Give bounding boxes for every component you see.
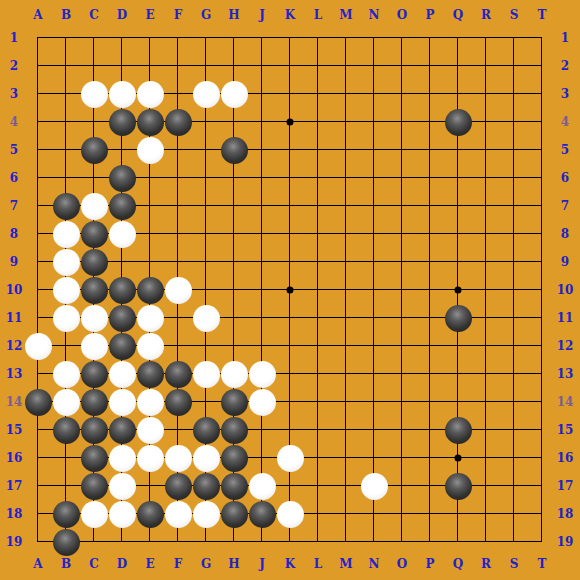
intersection-E11[interactable]: ○ <box>136 304 164 332</box>
intersection-F13[interactable]: ● <box>164 360 192 388</box>
intersection-L5[interactable] <box>304 136 332 164</box>
intersection-E12[interactable]: ○ <box>136 332 164 360</box>
intersection-D6[interactable]: ● <box>108 164 136 192</box>
intersection-H6[interactable] <box>220 164 248 192</box>
intersection-K16[interactable]: ○ <box>276 444 304 472</box>
intersection-E5[interactable]: ○ <box>136 136 164 164</box>
intersection-E1[interactable] <box>136 24 164 52</box>
intersection-J10[interactable] <box>248 276 276 304</box>
intersection-J13[interactable]: ○ <box>248 360 276 388</box>
intersection-Q2[interactable] <box>444 52 472 80</box>
intersection-R10[interactable] <box>472 276 500 304</box>
intersection-K6[interactable] <box>276 164 304 192</box>
intersection-K13[interactable] <box>276 360 304 388</box>
intersection-A3[interactable] <box>24 80 52 108</box>
intersection-S1[interactable] <box>500 24 528 52</box>
intersection-R9[interactable] <box>472 248 500 276</box>
intersection-H7[interactable] <box>220 192 248 220</box>
intersection-M14[interactable] <box>332 388 360 416</box>
intersection-D1[interactable] <box>108 24 136 52</box>
intersection-B6[interactable] <box>52 164 80 192</box>
intersection-N5[interactable] <box>360 136 388 164</box>
intersection-L2[interactable] <box>304 52 332 80</box>
intersection-J17[interactable]: ○ <box>248 472 276 500</box>
intersection-D7[interactable]: ● <box>108 192 136 220</box>
intersection-N11[interactable] <box>360 304 388 332</box>
intersection-C18[interactable]: ○ <box>80 500 108 528</box>
intersection-P15[interactable] <box>416 416 444 444</box>
intersection-O1[interactable] <box>388 24 416 52</box>
intersection-R15[interactable] <box>472 416 500 444</box>
intersection-H9[interactable] <box>220 248 248 276</box>
intersection-H19[interactable] <box>220 528 248 556</box>
intersection-E2[interactable] <box>136 52 164 80</box>
intersection-G14[interactable] <box>192 388 220 416</box>
intersection-A5[interactable] <box>24 136 52 164</box>
intersection-F18[interactable]: ○ <box>164 500 192 528</box>
intersection-P5[interactable] <box>416 136 444 164</box>
intersection-R17[interactable] <box>472 472 500 500</box>
intersection-Q12[interactable] <box>444 332 472 360</box>
intersection-Q3[interactable] <box>444 80 472 108</box>
intersection-A14[interactable]: ● <box>24 388 52 416</box>
intersection-B18[interactable]: ● <box>52 500 80 528</box>
intersection-F14[interactable]: ● <box>164 388 192 416</box>
intersection-J2[interactable] <box>248 52 276 80</box>
intersection-J1[interactable] <box>248 24 276 52</box>
intersection-F15[interactable] <box>164 416 192 444</box>
intersection-K5[interactable] <box>276 136 304 164</box>
intersection-R6[interactable] <box>472 164 500 192</box>
intersection-E4[interactable]: ● <box>136 108 164 136</box>
intersection-E14[interactable]: ○ <box>136 388 164 416</box>
intersection-J4[interactable] <box>248 108 276 136</box>
intersection-O17[interactable] <box>388 472 416 500</box>
intersection-S3[interactable] <box>500 80 528 108</box>
intersection-P4[interactable] <box>416 108 444 136</box>
intersection-T3[interactable] <box>528 80 556 108</box>
intersection-O18[interactable] <box>388 500 416 528</box>
intersection-B2[interactable] <box>52 52 80 80</box>
intersection-D16[interactable]: ○ <box>108 444 136 472</box>
intersection-G7[interactable] <box>192 192 220 220</box>
intersection-E10[interactable]: ● <box>136 276 164 304</box>
intersection-P3[interactable] <box>416 80 444 108</box>
intersection-G13[interactable]: ○ <box>192 360 220 388</box>
intersection-H12[interactable] <box>220 332 248 360</box>
intersection-A10[interactable] <box>24 276 52 304</box>
intersection-R3[interactable] <box>472 80 500 108</box>
intersection-A1[interactable] <box>24 24 52 52</box>
intersection-P13[interactable] <box>416 360 444 388</box>
intersection-K18[interactable]: ○ <box>276 500 304 528</box>
intersection-N6[interactable] <box>360 164 388 192</box>
intersection-T6[interactable] <box>528 164 556 192</box>
intersection-H15[interactable]: ● <box>220 416 248 444</box>
intersection-Q9[interactable] <box>444 248 472 276</box>
intersection-J16[interactable] <box>248 444 276 472</box>
intersection-N1[interactable] <box>360 24 388 52</box>
intersection-N17[interactable]: ○ <box>360 472 388 500</box>
intersection-F11[interactable] <box>164 304 192 332</box>
intersection-N8[interactable] <box>360 220 388 248</box>
intersection-D3[interactable]: ○ <box>108 80 136 108</box>
intersection-A11[interactable] <box>24 304 52 332</box>
intersection-L18[interactable] <box>304 500 332 528</box>
intersection-L3[interactable] <box>304 80 332 108</box>
intersection-B8[interactable]: ○ <box>52 220 80 248</box>
intersection-C12[interactable]: ○ <box>80 332 108 360</box>
intersection-K2[interactable] <box>276 52 304 80</box>
intersection-C13[interactable]: ● <box>80 360 108 388</box>
intersection-P19[interactable] <box>416 528 444 556</box>
intersection-T7[interactable] <box>528 192 556 220</box>
intersection-L16[interactable] <box>304 444 332 472</box>
intersection-R4[interactable] <box>472 108 500 136</box>
intersection-R8[interactable] <box>472 220 500 248</box>
intersection-D5[interactable] <box>108 136 136 164</box>
intersection-G19[interactable] <box>192 528 220 556</box>
intersection-G1[interactable] <box>192 24 220 52</box>
intersection-H13[interactable]: ○ <box>220 360 248 388</box>
intersection-L17[interactable] <box>304 472 332 500</box>
intersection-B9[interactable]: ○ <box>52 248 80 276</box>
intersection-D10[interactable]: ● <box>108 276 136 304</box>
intersection-G12[interactable] <box>192 332 220 360</box>
intersection-M9[interactable] <box>332 248 360 276</box>
intersection-T17[interactable] <box>528 472 556 500</box>
intersection-T18[interactable] <box>528 500 556 528</box>
intersection-H4[interactable] <box>220 108 248 136</box>
intersection-T14[interactable] <box>528 388 556 416</box>
intersection-J18[interactable]: ● <box>248 500 276 528</box>
intersection-Q14[interactable] <box>444 388 472 416</box>
intersection-C16[interactable]: ● <box>80 444 108 472</box>
intersection-C2[interactable] <box>80 52 108 80</box>
intersection-F17[interactable]: ● <box>164 472 192 500</box>
intersection-E18[interactable]: ● <box>136 500 164 528</box>
intersection-J8[interactable] <box>248 220 276 248</box>
intersection-T11[interactable] <box>528 304 556 332</box>
intersection-F12[interactable] <box>164 332 192 360</box>
intersection-C5[interactable]: ● <box>80 136 108 164</box>
intersection-F10[interactable]: ○ <box>164 276 192 304</box>
intersection-P6[interactable] <box>416 164 444 192</box>
intersection-B1[interactable] <box>52 24 80 52</box>
intersection-D19[interactable] <box>108 528 136 556</box>
intersection-Q11[interactable]: ● <box>444 304 472 332</box>
intersection-M17[interactable] <box>332 472 360 500</box>
intersection-L19[interactable] <box>304 528 332 556</box>
intersection-B5[interactable] <box>52 136 80 164</box>
intersection-E6[interactable] <box>136 164 164 192</box>
intersection-L13[interactable] <box>304 360 332 388</box>
intersection-J14[interactable]: ○ <box>248 388 276 416</box>
intersection-K11[interactable] <box>276 304 304 332</box>
intersection-G5[interactable] <box>192 136 220 164</box>
intersection-F3[interactable] <box>164 80 192 108</box>
intersection-M2[interactable] <box>332 52 360 80</box>
intersection-A9[interactable] <box>24 248 52 276</box>
intersection-H10[interactable] <box>220 276 248 304</box>
intersection-O14[interactable] <box>388 388 416 416</box>
intersection-G15[interactable]: ● <box>192 416 220 444</box>
intersection-H8[interactable] <box>220 220 248 248</box>
intersection-F6[interactable] <box>164 164 192 192</box>
intersection-G17[interactable]: ● <box>192 472 220 500</box>
intersection-Q19[interactable] <box>444 528 472 556</box>
intersection-N15[interactable] <box>360 416 388 444</box>
intersection-F9[interactable] <box>164 248 192 276</box>
intersection-J3[interactable] <box>248 80 276 108</box>
intersection-D11[interactable]: ● <box>108 304 136 332</box>
intersection-T5[interactable] <box>528 136 556 164</box>
intersection-P18[interactable] <box>416 500 444 528</box>
intersection-J15[interactable] <box>248 416 276 444</box>
intersection-N14[interactable] <box>360 388 388 416</box>
intersection-S11[interactable] <box>500 304 528 332</box>
intersection-L8[interactable] <box>304 220 332 248</box>
intersection-P8[interactable] <box>416 220 444 248</box>
intersection-L10[interactable] <box>304 276 332 304</box>
intersection-R7[interactable] <box>472 192 500 220</box>
intersection-E9[interactable] <box>136 248 164 276</box>
intersection-O9[interactable] <box>388 248 416 276</box>
intersection-B14[interactable]: ○ <box>52 388 80 416</box>
intersection-E7[interactable] <box>136 192 164 220</box>
intersection-O4[interactable] <box>388 108 416 136</box>
intersection-J6[interactable] <box>248 164 276 192</box>
intersection-S9[interactable] <box>500 248 528 276</box>
intersection-H16[interactable]: ● <box>220 444 248 472</box>
intersection-J7[interactable] <box>248 192 276 220</box>
intersection-D2[interactable] <box>108 52 136 80</box>
intersection-R18[interactable] <box>472 500 500 528</box>
intersection-G10[interactable] <box>192 276 220 304</box>
intersection-M4[interactable] <box>332 108 360 136</box>
intersection-O13[interactable] <box>388 360 416 388</box>
intersection-N19[interactable] <box>360 528 388 556</box>
intersection-T10[interactable] <box>528 276 556 304</box>
intersection-P10[interactable] <box>416 276 444 304</box>
intersection-A15[interactable] <box>24 416 52 444</box>
intersection-Q7[interactable] <box>444 192 472 220</box>
intersection-N10[interactable] <box>360 276 388 304</box>
intersection-O3[interactable] <box>388 80 416 108</box>
intersection-N9[interactable] <box>360 248 388 276</box>
intersection-S16[interactable] <box>500 444 528 472</box>
intersection-F4[interactable]: ● <box>164 108 192 136</box>
intersection-L6[interactable] <box>304 164 332 192</box>
intersection-P1[interactable] <box>416 24 444 52</box>
intersection-J5[interactable] <box>248 136 276 164</box>
intersection-G2[interactable] <box>192 52 220 80</box>
intersection-T4[interactable] <box>528 108 556 136</box>
intersection-T2[interactable] <box>528 52 556 80</box>
intersection-L1[interactable] <box>304 24 332 52</box>
intersection-F7[interactable] <box>164 192 192 220</box>
intersection-M10[interactable] <box>332 276 360 304</box>
intersection-L12[interactable] <box>304 332 332 360</box>
intersection-O2[interactable] <box>388 52 416 80</box>
intersection-A17[interactable] <box>24 472 52 500</box>
intersection-F19[interactable] <box>164 528 192 556</box>
intersection-C3[interactable]: ○ <box>80 80 108 108</box>
intersection-G4[interactable] <box>192 108 220 136</box>
intersection-P7[interactable] <box>416 192 444 220</box>
intersection-O8[interactable] <box>388 220 416 248</box>
intersection-F1[interactable] <box>164 24 192 52</box>
intersection-Q13[interactable] <box>444 360 472 388</box>
intersection-C4[interactable] <box>80 108 108 136</box>
intersection-H17[interactable]: ● <box>220 472 248 500</box>
intersection-E13[interactable]: ● <box>136 360 164 388</box>
intersection-M5[interactable] <box>332 136 360 164</box>
intersection-B10[interactable]: ○ <box>52 276 80 304</box>
intersection-G18[interactable]: ○ <box>192 500 220 528</box>
intersection-C14[interactable]: ● <box>80 388 108 416</box>
intersection-E19[interactable] <box>136 528 164 556</box>
intersection-S17[interactable] <box>500 472 528 500</box>
intersection-C10[interactable]: ● <box>80 276 108 304</box>
intersection-P12[interactable] <box>416 332 444 360</box>
intersection-B17[interactable] <box>52 472 80 500</box>
intersection-H2[interactable] <box>220 52 248 80</box>
intersection-N18[interactable] <box>360 500 388 528</box>
intersection-G16[interactable]: ○ <box>192 444 220 472</box>
intersection-N16[interactable] <box>360 444 388 472</box>
intersection-S5[interactable] <box>500 136 528 164</box>
intersection-E8[interactable] <box>136 220 164 248</box>
intersection-H18[interactable]: ● <box>220 500 248 528</box>
intersection-A6[interactable] <box>24 164 52 192</box>
intersection-S4[interactable] <box>500 108 528 136</box>
intersection-A19[interactable] <box>24 528 52 556</box>
intersection-A12[interactable]: ○ <box>24 332 52 360</box>
intersection-A13[interactable] <box>24 360 52 388</box>
intersection-N4[interactable] <box>360 108 388 136</box>
intersection-P14[interactable] <box>416 388 444 416</box>
intersection-B13[interactable]: ○ <box>52 360 80 388</box>
intersection-H1[interactable] <box>220 24 248 52</box>
intersection-O19[interactable] <box>388 528 416 556</box>
intersection-R14[interactable] <box>472 388 500 416</box>
intersection-L9[interactable] <box>304 248 332 276</box>
intersection-N7[interactable] <box>360 192 388 220</box>
intersection-S10[interactable] <box>500 276 528 304</box>
intersection-O10[interactable] <box>388 276 416 304</box>
intersection-T8[interactable] <box>528 220 556 248</box>
intersection-K3[interactable] <box>276 80 304 108</box>
intersection-D18[interactable]: ○ <box>108 500 136 528</box>
intersection-G9[interactable] <box>192 248 220 276</box>
intersection-C8[interactable]: ● <box>80 220 108 248</box>
intersection-D15[interactable]: ● <box>108 416 136 444</box>
intersection-T1[interactable] <box>528 24 556 52</box>
intersection-E17[interactable] <box>136 472 164 500</box>
intersection-L15[interactable] <box>304 416 332 444</box>
intersection-S15[interactable] <box>500 416 528 444</box>
intersection-F2[interactable] <box>164 52 192 80</box>
intersection-M1[interactable] <box>332 24 360 52</box>
intersection-K12[interactable] <box>276 332 304 360</box>
intersection-C19[interactable] <box>80 528 108 556</box>
intersection-O5[interactable] <box>388 136 416 164</box>
intersection-E16[interactable]: ○ <box>136 444 164 472</box>
intersection-O11[interactable] <box>388 304 416 332</box>
intersection-D4[interactable]: ● <box>108 108 136 136</box>
intersection-H5[interactable]: ● <box>220 136 248 164</box>
intersection-Q5[interactable] <box>444 136 472 164</box>
intersection-O12[interactable] <box>388 332 416 360</box>
intersection-B7[interactable]: ● <box>52 192 80 220</box>
intersection-A8[interactable] <box>24 220 52 248</box>
intersection-D17[interactable]: ○ <box>108 472 136 500</box>
intersection-F5[interactable] <box>164 136 192 164</box>
intersection-S7[interactable] <box>500 192 528 220</box>
intersection-Q6[interactable] <box>444 164 472 192</box>
intersection-A18[interactable] <box>24 500 52 528</box>
intersection-A2[interactable] <box>24 52 52 80</box>
intersection-R1[interactable] <box>472 24 500 52</box>
intersection-K9[interactable] <box>276 248 304 276</box>
intersection-T16[interactable] <box>528 444 556 472</box>
intersection-B4[interactable] <box>52 108 80 136</box>
intersection-Q4[interactable]: ● <box>444 108 472 136</box>
intersection-C17[interactable]: ● <box>80 472 108 500</box>
intersection-R2[interactable] <box>472 52 500 80</box>
intersection-E3[interactable]: ○ <box>136 80 164 108</box>
intersection-G3[interactable]: ○ <box>192 80 220 108</box>
intersection-M11[interactable] <box>332 304 360 332</box>
intersection-G11[interactable]: ○ <box>192 304 220 332</box>
intersection-T12[interactable] <box>528 332 556 360</box>
intersection-H11[interactable] <box>220 304 248 332</box>
intersection-M8[interactable] <box>332 220 360 248</box>
intersection-N2[interactable] <box>360 52 388 80</box>
intersection-S2[interactable] <box>500 52 528 80</box>
intersection-M7[interactable] <box>332 192 360 220</box>
intersection-P11[interactable] <box>416 304 444 332</box>
intersection-M12[interactable] <box>332 332 360 360</box>
intersection-R11[interactable] <box>472 304 500 332</box>
intersection-S8[interactable] <box>500 220 528 248</box>
intersection-A4[interactable] <box>24 108 52 136</box>
intersection-R13[interactable] <box>472 360 500 388</box>
intersection-C1[interactable] <box>80 24 108 52</box>
intersection-B11[interactable]: ○ <box>52 304 80 332</box>
intersection-P16[interactable] <box>416 444 444 472</box>
intersection-F8[interactable] <box>164 220 192 248</box>
intersection-S19[interactable] <box>500 528 528 556</box>
intersection-T13[interactable] <box>528 360 556 388</box>
intersection-J9[interactable] <box>248 248 276 276</box>
intersection-K15[interactable] <box>276 416 304 444</box>
intersection-D12[interactable]: ● <box>108 332 136 360</box>
intersection-N3[interactable] <box>360 80 388 108</box>
intersection-K19[interactable] <box>276 528 304 556</box>
intersection-M13[interactable] <box>332 360 360 388</box>
intersection-S6[interactable] <box>500 164 528 192</box>
intersection-S14[interactable] <box>500 388 528 416</box>
intersection-P2[interactable] <box>416 52 444 80</box>
intersection-R19[interactable] <box>472 528 500 556</box>
intersection-K7[interactable] <box>276 192 304 220</box>
intersection-H3[interactable]: ○ <box>220 80 248 108</box>
intersection-K8[interactable] <box>276 220 304 248</box>
intersection-K17[interactable] <box>276 472 304 500</box>
intersection-N12[interactable] <box>360 332 388 360</box>
